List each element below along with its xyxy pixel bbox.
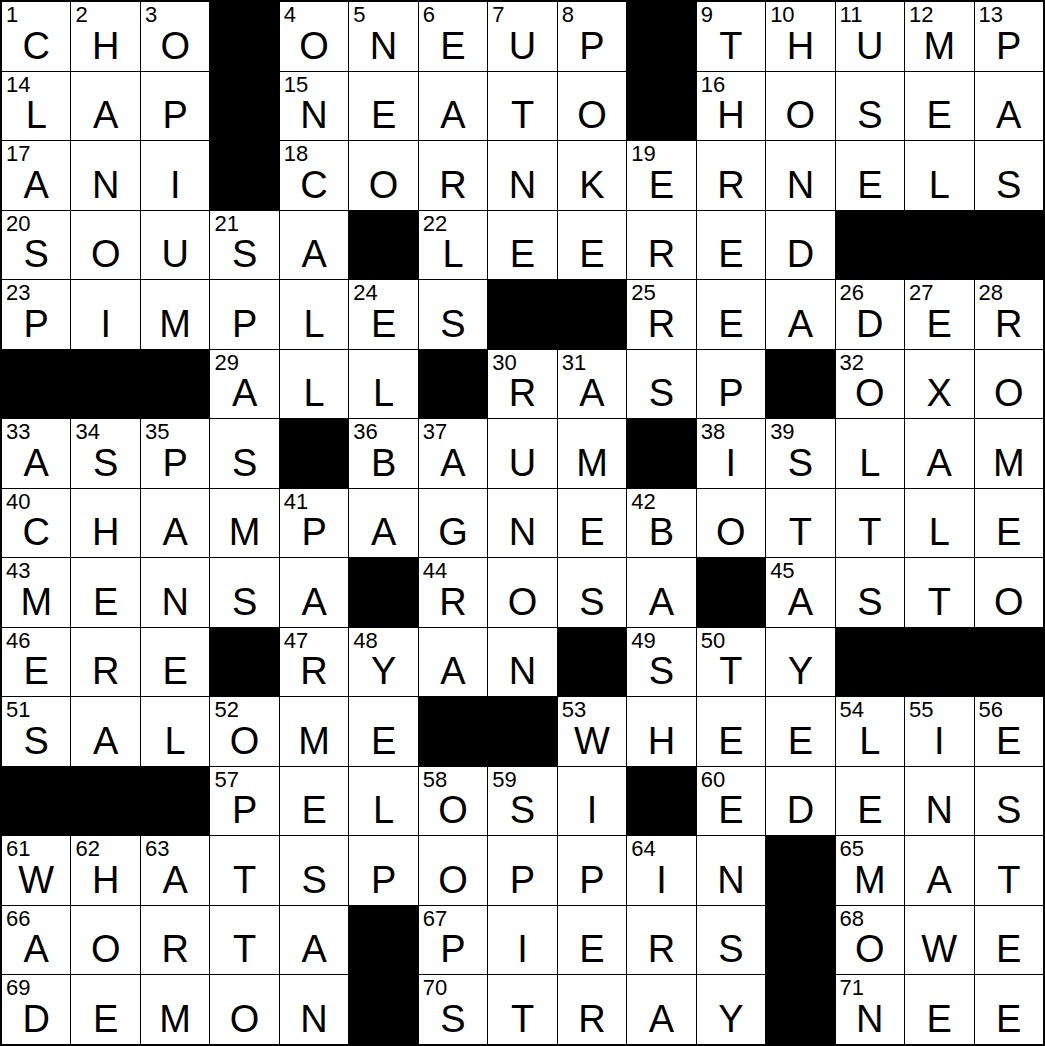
cell-r5c11[interactable]: E	[697, 280, 765, 349]
black-cell	[836, 211, 904, 280]
cell-r11c2[interactable]: A	[71, 697, 139, 766]
cell-r12c7[interactable]: 58O	[419, 767, 487, 836]
cell-letter: E	[627, 166, 695, 204]
cell-letter: S	[71, 444, 139, 482]
cell-r14c15[interactable]: E	[975, 906, 1043, 975]
cell-letter: A	[2, 444, 70, 482]
cell-r7c14[interactable]: A	[905, 419, 973, 488]
cell-r15c2[interactable]: E	[71, 975, 139, 1044]
cell-r3c13[interactable]: E	[836, 141, 904, 210]
cell-r5c4[interactable]: P	[210, 280, 278, 349]
cell-r9c15[interactable]: O	[975, 558, 1043, 627]
cell-r14c4[interactable]: T	[210, 906, 278, 975]
cell-r8c7[interactable]: G	[419, 489, 487, 558]
cell-letter: T	[488, 1000, 556, 1038]
cell-r11c14[interactable]: 55I	[905, 697, 973, 766]
cell-r13c3[interactable]: 63A	[141, 836, 209, 905]
cell-r5c3[interactable]: M	[141, 280, 209, 349]
cell-r6c15[interactable]: O	[975, 350, 1043, 419]
cell-letter: S	[627, 374, 695, 412]
cell-r7c9[interactable]: M	[558, 419, 626, 488]
black-cell	[419, 697, 487, 766]
cell-r7c7[interactable]: 37A	[419, 419, 487, 488]
cell-r14c1[interactable]: 66A	[2, 906, 70, 975]
cell-letter: D	[836, 305, 904, 343]
cell-r3c10[interactable]: 19E	[627, 141, 695, 210]
cell-letter: M	[558, 444, 626, 482]
cell-letter: O	[836, 374, 904, 412]
cell-r7c3[interactable]: 35P	[141, 419, 209, 488]
cell-r14c3[interactable]: R	[141, 906, 209, 975]
cell-r1c1[interactable]: 1C	[2, 2, 70, 71]
cell-r8c3[interactable]: A	[141, 489, 209, 558]
cell-r2c2[interactable]: A	[71, 72, 139, 141]
cell-letter: S	[419, 1000, 487, 1038]
cell-r10c5[interactable]: 47R	[280, 628, 348, 697]
cell-letter: S	[210, 235, 278, 273]
cell-letter: L	[280, 305, 348, 343]
cell-r6c9[interactable]: 31A	[558, 350, 626, 419]
cell-r10c2[interactable]: R	[71, 628, 139, 697]
cell-r4c1[interactable]: 20S	[2, 211, 70, 280]
clue-number: 4	[284, 2, 296, 28]
cell-r6c10[interactable]: S	[627, 350, 695, 419]
cell-letter: K	[558, 166, 626, 204]
cell-r3c6[interactable]: O	[349, 141, 417, 210]
cell-letter: A	[905, 444, 973, 482]
cell-letter: T	[697, 27, 765, 65]
cell-letter: S	[975, 166, 1043, 204]
cell-r3c5[interactable]: 18C	[280, 141, 348, 210]
cell-r12c11[interactable]: 60E	[697, 767, 765, 836]
cell-r9c14[interactable]: T	[905, 558, 973, 627]
cell-r9c8[interactable]: O	[488, 558, 556, 627]
cell-r12c9[interactable]: I	[558, 767, 626, 836]
cell-r7c6[interactable]: 36B	[349, 419, 417, 488]
cell-r6c8[interactable]: 30R	[488, 350, 556, 419]
cell-letter: E	[349, 305, 417, 343]
cell-letter: O	[488, 583, 556, 621]
cell-letter: A	[627, 1000, 695, 1038]
cell-r13c2[interactable]: 62H	[71, 836, 139, 905]
cell-r14c7[interactable]: 67P	[419, 906, 487, 975]
black-cell	[975, 211, 1043, 280]
cell-r4c10[interactable]: R	[627, 211, 695, 280]
cell-letter: O	[71, 235, 139, 273]
cell-r2c15[interactable]: A	[975, 72, 1043, 141]
cell-r8c6[interactable]: A	[349, 489, 417, 558]
cell-r4c5[interactable]: A	[280, 211, 348, 280]
cell-letter: L	[349, 374, 417, 412]
cell-r3c14[interactable]: L	[905, 141, 973, 210]
cell-r12c12[interactable]: D	[766, 767, 834, 836]
cell-r7c15[interactable]: M	[975, 419, 1043, 488]
cell-letter: P	[558, 861, 626, 899]
cell-r1c14[interactable]: 12M	[905, 2, 973, 71]
cell-r1c5[interactable]: 4O	[280, 2, 348, 71]
cell-letter: A	[419, 96, 487, 134]
clue-number: 6	[423, 2, 435, 28]
cell-letter: N	[488, 166, 556, 204]
cell-r8c12[interactable]: T	[766, 489, 834, 558]
cell-letter: H	[71, 27, 139, 65]
cell-r12c4[interactable]: 57P	[210, 767, 278, 836]
cell-letter: E	[905, 305, 973, 343]
cell-r5c7[interactable]: S	[419, 280, 487, 349]
cell-letter: A	[2, 930, 70, 968]
cell-letter: L	[280, 374, 348, 412]
cell-letter: L	[141, 722, 209, 760]
cell-r15c15[interactable]: E	[975, 975, 1043, 1044]
cell-r14c8[interactable]: I	[488, 906, 556, 975]
cell-r15c9[interactable]: R	[558, 975, 626, 1044]
cell-r14c13[interactable]: 68O	[836, 906, 904, 975]
cell-letter: B	[349, 444, 417, 482]
cell-r12c13[interactable]: E	[836, 767, 904, 836]
cell-letter: Y	[697, 1000, 765, 1038]
black-cell	[2, 767, 70, 836]
cell-r9c7[interactable]: 44R	[419, 558, 487, 627]
cell-r12c6[interactable]: L	[349, 767, 417, 836]
cell-r13c8[interactable]: P	[488, 836, 556, 905]
black-cell	[210, 628, 278, 697]
cell-letter: M	[210, 513, 278, 551]
cell-r2c3[interactable]: P	[141, 72, 209, 141]
cell-r13c11[interactable]: N	[697, 836, 765, 905]
cell-letter: R	[419, 583, 487, 621]
cell-r1c11[interactable]: 9T	[697, 2, 765, 71]
cell-letter: N	[280, 1000, 348, 1038]
cell-r8c14[interactable]: L	[905, 489, 973, 558]
cell-r3c9[interactable]: K	[558, 141, 626, 210]
black-cell	[627, 72, 695, 141]
cell-letter: P	[558, 27, 626, 65]
cell-letter: S	[975, 791, 1043, 829]
cell-r8c5[interactable]: 41P	[280, 489, 348, 558]
cell-r14c5[interactable]: A	[280, 906, 348, 975]
cell-letter: P	[697, 374, 765, 412]
cell-r13c15[interactable]: T	[975, 836, 1043, 905]
cell-r4c12[interactable]: D	[766, 211, 834, 280]
cell-r10c10[interactable]: 49S	[627, 628, 695, 697]
cell-r13c1[interactable]: 61W	[2, 836, 70, 905]
cell-r15c1[interactable]: 69D	[2, 975, 70, 1044]
cell-r3c1[interactable]: 17A	[2, 141, 70, 210]
cell-r6c5[interactable]: L	[280, 350, 348, 419]
cell-r13c7[interactable]: O	[419, 836, 487, 905]
black-cell	[697, 558, 765, 627]
cell-letter: M	[141, 305, 209, 343]
cell-r11c4[interactable]: 52O	[210, 697, 278, 766]
cell-r9c10[interactable]: A	[627, 558, 695, 627]
cell-r9c12[interactable]: 45A	[766, 558, 834, 627]
cell-r2c11[interactable]: 16H	[697, 72, 765, 141]
cell-r2c8[interactable]: T	[488, 72, 556, 141]
black-cell	[627, 767, 695, 836]
cell-r15c11[interactable]: Y	[697, 975, 765, 1044]
cell-r6c14[interactable]: X	[905, 350, 973, 419]
cell-r2c6[interactable]: E	[349, 72, 417, 141]
cell-letter: E	[349, 722, 417, 760]
cell-r11c10[interactable]: H	[627, 697, 695, 766]
cell-r11c12[interactable]: E	[766, 697, 834, 766]
cell-r7c11[interactable]: 38I	[697, 419, 765, 488]
cell-r7c12[interactable]: 39S	[766, 419, 834, 488]
cell-r11c3[interactable]: L	[141, 697, 209, 766]
black-cell	[71, 350, 139, 419]
cell-r9c9[interactable]: S	[558, 558, 626, 627]
cell-letter: R	[627, 235, 695, 273]
cell-r5c12[interactable]: A	[766, 280, 834, 349]
cell-letter: P	[210, 791, 278, 829]
cell-r1c6[interactable]: 5N	[349, 2, 417, 71]
cell-r7c13[interactable]: L	[836, 419, 904, 488]
cell-letter: S	[766, 444, 834, 482]
cell-r10c8[interactable]: N	[488, 628, 556, 697]
cell-letter: N	[905, 791, 973, 829]
cell-r8c9[interactable]: E	[558, 489, 626, 558]
cell-r14c14[interactable]: W	[905, 906, 973, 975]
cell-r5c1[interactable]: 23P	[2, 280, 70, 349]
cell-r3c7[interactable]: R	[419, 141, 487, 210]
cell-r9c3[interactable]: N	[141, 558, 209, 627]
cell-r2c7[interactable]: A	[419, 72, 487, 141]
cell-r1c7[interactable]: 6E	[419, 2, 487, 71]
cell-r12c14[interactable]: N	[905, 767, 973, 836]
cell-r2c13[interactable]: S	[836, 72, 904, 141]
cell-r12c8[interactable]: 59S	[488, 767, 556, 836]
cell-r10c7[interactable]: A	[419, 628, 487, 697]
cell-r4c7[interactable]: 22L	[419, 211, 487, 280]
cell-r1c9[interactable]: 8P	[558, 2, 626, 71]
black-cell	[766, 975, 834, 1044]
cell-r3c3[interactable]: I	[141, 141, 209, 210]
cell-r13c4[interactable]: T	[210, 836, 278, 905]
cell-letter: S	[419, 305, 487, 343]
cell-r11c13[interactable]: 54L	[836, 697, 904, 766]
cell-letter: N	[488, 652, 556, 690]
cell-r8c10[interactable]: 42B	[627, 489, 695, 558]
cell-r13c9[interactable]: P	[558, 836, 626, 905]
cell-r8c4[interactable]: M	[210, 489, 278, 558]
cell-letter: O	[558, 96, 626, 134]
cell-r8c15[interactable]: E	[975, 489, 1043, 558]
cell-r14c11[interactable]: S	[697, 906, 765, 975]
cell-letter: N	[71, 166, 139, 204]
cell-r8c2[interactable]: H	[71, 489, 139, 558]
cell-r11c15[interactable]: 56E	[975, 697, 1043, 766]
cell-r8c11[interactable]: O	[697, 489, 765, 558]
black-cell	[349, 906, 417, 975]
cell-r15c3[interactable]: M	[141, 975, 209, 1044]
cell-r5c5[interactable]: L	[280, 280, 348, 349]
cell-letter: R	[558, 1000, 626, 1038]
cell-letter: E	[697, 722, 765, 760]
cell-letter: O	[210, 1000, 278, 1038]
cell-r11c9[interactable]: 53W	[558, 697, 626, 766]
cell-letter: R	[488, 374, 556, 412]
cell-letter: N	[836, 1000, 904, 1038]
cell-letter: A	[766, 305, 834, 343]
cell-r14c9[interactable]: E	[558, 906, 626, 975]
cell-r10c3[interactable]: E	[141, 628, 209, 697]
cell-letter: H	[71, 861, 139, 899]
cell-r8c1[interactable]: 40C	[2, 489, 70, 558]
cell-r15c7[interactable]: 70S	[419, 975, 487, 1044]
cell-r1c3[interactable]: 3O	[141, 2, 209, 71]
cell-r12c5[interactable]: E	[280, 767, 348, 836]
cell-r11c5[interactable]: M	[280, 697, 348, 766]
cell-letter: I	[905, 722, 973, 760]
cell-letter: M	[141, 1000, 209, 1038]
cell-r13c14[interactable]: A	[905, 836, 973, 905]
cell-letter: A	[141, 513, 209, 551]
cell-letter: C	[280, 166, 348, 204]
clue-number: 2	[75, 2, 87, 28]
cell-r1c13[interactable]: 11U	[836, 2, 904, 71]
cell-letter: O	[280, 27, 348, 65]
cell-r4c9[interactable]: E	[558, 211, 626, 280]
cell-r5c13[interactable]: 26D	[836, 280, 904, 349]
cell-letter: S	[210, 444, 278, 482]
cell-r6c6[interactable]: L	[349, 350, 417, 419]
cell-r10c11[interactable]: 50T	[697, 628, 765, 697]
cell-r4c3[interactable]: U	[141, 211, 209, 280]
cell-r11c6[interactable]: E	[349, 697, 417, 766]
cell-r13c5[interactable]: S	[280, 836, 348, 905]
black-cell	[558, 628, 626, 697]
cell-r15c13[interactable]: 71N	[836, 975, 904, 1044]
black-cell	[349, 558, 417, 627]
black-cell	[766, 906, 834, 975]
cell-letter: E	[697, 235, 765, 273]
cell-r3c11[interactable]: R	[697, 141, 765, 210]
cell-r8c13[interactable]: T	[836, 489, 904, 558]
cell-r5c2[interactable]: I	[71, 280, 139, 349]
cell-r6c4[interactable]: 29A	[210, 350, 278, 419]
cell-letter: I	[141, 166, 209, 204]
cell-letter: E	[558, 513, 626, 551]
cell-letter: R	[71, 652, 139, 690]
cell-r13c6[interactable]: P	[349, 836, 417, 905]
cell-r4c2[interactable]: O	[71, 211, 139, 280]
black-cell	[558, 280, 626, 349]
cell-r9c1[interactable]: 43M	[2, 558, 70, 627]
clue-number: 9	[701, 2, 713, 28]
cell-r9c5[interactable]: A	[280, 558, 348, 627]
cell-r1c12[interactable]: 10H	[766, 2, 834, 71]
cell-letter: U	[488, 444, 556, 482]
cell-r3c2[interactable]: N	[71, 141, 139, 210]
cell-letter: O	[71, 930, 139, 968]
cell-r7c2[interactable]: 34S	[71, 419, 139, 488]
cell-letter: L	[905, 166, 973, 204]
cell-r5c14[interactable]: 27E	[905, 280, 973, 349]
cell-r3c12[interactable]: N	[766, 141, 834, 210]
cell-r13c13[interactable]: 65M	[836, 836, 904, 905]
cell-r4c11[interactable]: E	[697, 211, 765, 280]
cell-r4c8[interactable]: E	[488, 211, 556, 280]
cell-letter: A	[71, 96, 139, 134]
cell-r10c12[interactable]: Y	[766, 628, 834, 697]
cell-r7c4[interactable]: S	[210, 419, 278, 488]
cell-r5c6[interactable]: 24E	[349, 280, 417, 349]
cell-letter: W	[905, 930, 973, 968]
cell-r14c2[interactable]: O	[71, 906, 139, 975]
cell-r11c11[interactable]: E	[697, 697, 765, 766]
cell-r2c5[interactable]: 15N	[280, 72, 348, 141]
cell-letter: R	[419, 166, 487, 204]
cell-r9c13[interactable]: S	[836, 558, 904, 627]
cell-letter: A	[975, 96, 1043, 134]
black-cell	[627, 2, 695, 71]
cell-r9c4[interactable]: S	[210, 558, 278, 627]
cell-r9c2[interactable]: E	[71, 558, 139, 627]
cell-letter: L	[836, 722, 904, 760]
cell-letter: P	[141, 96, 209, 134]
cell-r6c11[interactable]: P	[697, 350, 765, 419]
cell-r6c13[interactable]: 32O	[836, 350, 904, 419]
cell-letter: E	[419, 27, 487, 65]
cell-letter: R	[627, 930, 695, 968]
cell-letter: S	[2, 722, 70, 760]
cell-r7c1[interactable]: 33A	[2, 419, 70, 488]
cell-r10c6[interactable]: 48Y	[349, 628, 417, 697]
cell-r15c8[interactable]: T	[488, 975, 556, 1044]
cell-r1c2[interactable]: 2H	[71, 2, 139, 71]
cell-r13c10[interactable]: 64I	[627, 836, 695, 905]
cell-r14c10[interactable]: R	[627, 906, 695, 975]
cell-r5c10[interactable]: 25R	[627, 280, 695, 349]
cell-r3c15[interactable]: S	[975, 141, 1043, 210]
cell-letter: A	[558, 374, 626, 412]
cell-r2c9[interactable]: O	[558, 72, 626, 141]
cell-r2c12[interactable]: O	[766, 72, 834, 141]
cell-letter: E	[71, 583, 139, 621]
cell-letter: E	[905, 96, 973, 134]
cell-r10c1[interactable]: 46E	[2, 628, 70, 697]
cell-r15c5[interactable]: N	[280, 975, 348, 1044]
cell-letter: R	[627, 305, 695, 343]
cell-r15c4[interactable]: O	[210, 975, 278, 1044]
cell-r1c15[interactable]: 13P	[975, 2, 1043, 71]
cell-letter: T	[488, 96, 556, 134]
cell-r12c15[interactable]: S	[975, 767, 1043, 836]
cell-letter: O	[210, 722, 278, 760]
cell-r15c10[interactable]: A	[627, 975, 695, 1044]
cell-letter: E	[836, 791, 904, 829]
cell-r8c8[interactable]: N	[488, 489, 556, 558]
cell-letter: S	[836, 96, 904, 134]
cell-r5c15[interactable]: 28R	[975, 280, 1043, 349]
cell-letter: E	[836, 166, 904, 204]
cell-r15c14[interactable]: E	[905, 975, 973, 1044]
cell-r2c14[interactable]: E	[905, 72, 973, 141]
cell-r3c8[interactable]: N	[488, 141, 556, 210]
cell-r4c4[interactable]: 21S	[210, 211, 278, 280]
black-cell	[141, 350, 209, 419]
cell-letter: N	[488, 513, 556, 551]
cell-r1c8[interactable]: 7U	[488, 2, 556, 71]
cell-r11c1[interactable]: 51S	[2, 697, 70, 766]
black-cell	[627, 419, 695, 488]
cell-r2c1[interactable]: 14L	[2, 72, 70, 141]
clue-number: 5	[353, 2, 365, 28]
cell-letter: A	[766, 583, 834, 621]
cell-letter: S	[488, 791, 556, 829]
cell-r7c8[interactable]: U	[488, 419, 556, 488]
cell-letter: P	[975, 27, 1043, 65]
